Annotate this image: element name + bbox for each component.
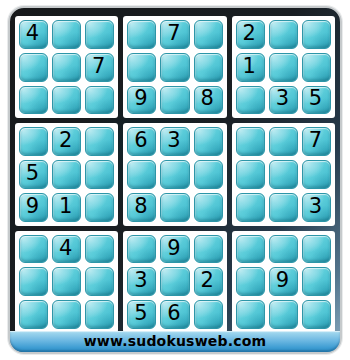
sudoku-box-4: 2591 — [15, 123, 118, 225]
cell-r6c8[interactable] — [269, 193, 298, 222]
cell-r6c9: 3 — [302, 193, 331, 222]
cell-r3c9: 5 — [302, 86, 331, 115]
cell-r8c5[interactable] — [160, 267, 189, 296]
cell-r5c1: 5 — [19, 160, 48, 189]
cell-r5c9[interactable] — [302, 160, 331, 189]
given-digit: 7 — [167, 23, 180, 44]
cell-r5c5[interactable] — [160, 160, 189, 189]
cell-r3c8: 3 — [269, 86, 298, 115]
cell-r4c8[interactable] — [269, 127, 298, 156]
cell-r9c3[interactable] — [85, 300, 114, 329]
cell-r7c2: 4 — [52, 235, 81, 264]
cell-r4c2: 2 — [52, 127, 81, 156]
cell-r8c9[interactable] — [302, 267, 331, 296]
cell-r1c5: 7 — [160, 20, 189, 49]
cell-r1c1: 4 — [19, 20, 48, 49]
given-digit: 8 — [200, 88, 213, 109]
cell-r7c5: 9 — [160, 235, 189, 264]
cell-r7c1[interactable] — [19, 235, 48, 264]
cell-r4c3[interactable] — [85, 127, 114, 156]
cell-r7c7[interactable] — [236, 235, 265, 264]
cell-r2c9[interactable] — [302, 53, 331, 82]
cell-r7c9[interactable] — [302, 235, 331, 264]
cell-r1c2[interactable] — [52, 20, 81, 49]
given-digit: 9 — [134, 88, 147, 109]
given-digit: 1 — [59, 196, 72, 217]
given-digit: 9 — [167, 238, 180, 259]
cell-r3c5[interactable] — [160, 86, 189, 115]
given-digit: 7 — [92, 56, 105, 77]
cell-r8c7[interactable] — [236, 267, 265, 296]
cell-r3c3[interactable] — [85, 86, 114, 115]
cell-r7c6[interactable] — [194, 235, 223, 264]
cell-r6c1: 9 — [19, 193, 48, 222]
cell-r2c6[interactable] — [194, 53, 223, 82]
cell-r4c7[interactable] — [236, 127, 265, 156]
given-digit: 3 — [276, 88, 289, 109]
cell-r4c4: 6 — [127, 127, 156, 156]
cell-r8c2[interactable] — [52, 267, 81, 296]
cell-r7c3[interactable] — [85, 235, 114, 264]
given-digit: 3 — [309, 196, 322, 217]
given-digit: 3 — [134, 270, 147, 291]
sudoku-box-3: 2135 — [232, 16, 335, 118]
cell-r9c5: 6 — [160, 300, 189, 329]
sudoku-box-5: 638 — [123, 123, 226, 225]
footer-bar: www.sudokusweb.com — [10, 331, 340, 352]
cell-r3c2[interactable] — [52, 86, 81, 115]
cell-r8c4: 3 — [127, 267, 156, 296]
cell-r2c3: 7 — [85, 53, 114, 82]
cell-r2c7: 1 — [236, 53, 265, 82]
cell-r5c6[interactable] — [194, 160, 223, 189]
cell-r4c9: 7 — [302, 127, 331, 156]
cell-r7c8[interactable] — [269, 235, 298, 264]
given-digit: 1 — [243, 56, 256, 77]
cell-r2c8[interactable] — [269, 53, 298, 82]
cell-r3c7[interactable] — [236, 86, 265, 115]
cell-r1c7: 2 — [236, 20, 265, 49]
cell-r9c2[interactable] — [52, 300, 81, 329]
cell-r1c9[interactable] — [302, 20, 331, 49]
given-digit: 4 — [26, 23, 39, 44]
cell-r1c4[interactable] — [127, 20, 156, 49]
given-digit: 5 — [309, 88, 322, 109]
cell-r9c7[interactable] — [236, 300, 265, 329]
cell-r8c1[interactable] — [19, 267, 48, 296]
cell-r8c6: 2 — [194, 267, 223, 296]
cell-r2c1[interactable] — [19, 53, 48, 82]
cell-r8c3[interactable] — [85, 267, 114, 296]
sudoku-box-1: 47 — [15, 16, 118, 118]
cell-r3c1[interactable] — [19, 86, 48, 115]
given-digit: 6 — [134, 130, 147, 151]
cell-r9c9[interactable] — [302, 300, 331, 329]
given-digit: 5 — [26, 163, 39, 184]
sudoku-box-8: 93256 — [123, 231, 226, 333]
cell-r2c4[interactable] — [127, 53, 156, 82]
cell-r4c1[interactable] — [19, 127, 48, 156]
cell-r1c8[interactable] — [269, 20, 298, 49]
cell-r5c8[interactable] — [269, 160, 298, 189]
given-digit: 5 — [134, 303, 147, 324]
cell-r9c8[interactable] — [269, 300, 298, 329]
given-digit: 6 — [167, 303, 180, 324]
sudoku-box-2: 798 — [123, 16, 226, 118]
sudoku-box-9: 9 — [232, 231, 335, 333]
cell-r2c2[interactable] — [52, 53, 81, 82]
cell-r3c4: 9 — [127, 86, 156, 115]
given-digit: 2 — [59, 130, 72, 151]
cell-r9c4: 5 — [127, 300, 156, 329]
cell-r6c2: 1 — [52, 193, 81, 222]
cell-r9c6[interactable] — [194, 300, 223, 329]
cell-r6c7[interactable] — [236, 193, 265, 222]
given-digit: 4 — [59, 238, 72, 259]
cell-r5c2[interactable] — [52, 160, 81, 189]
sudoku-box-7: 4 — [15, 231, 118, 333]
sudoku-board: 4779821352591638734932569 — [15, 16, 335, 333]
given-digit: 2 — [200, 270, 213, 291]
sudoku-box-6: 73 — [232, 123, 335, 225]
cell-r8c8: 9 — [269, 267, 298, 296]
cell-r6c4: 8 — [127, 193, 156, 222]
given-digit: 9 — [26, 196, 39, 217]
site-url[interactable]: www.sudokusweb.com — [84, 334, 267, 349]
given-digit: 9 — [276, 270, 289, 291]
given-digit: 8 — [134, 196, 147, 217]
given-digit: 2 — [243, 23, 256, 44]
cell-r5c4[interactable] — [127, 160, 156, 189]
given-digit: 3 — [167, 130, 180, 151]
cell-r5c7[interactable] — [236, 160, 265, 189]
cell-r5c3[interactable] — [85, 160, 114, 189]
cell-r2c5[interactable] — [160, 53, 189, 82]
cell-r9c1[interactable] — [19, 300, 48, 329]
cell-r4c5: 3 — [160, 127, 189, 156]
cell-r4c6[interactable] — [194, 127, 223, 156]
cell-r6c5[interactable] — [160, 193, 189, 222]
board-frame: 4779821352591638734932569 www.sudokusweb… — [8, 6, 342, 354]
cell-r1c3[interactable] — [85, 20, 114, 49]
cell-r1c6[interactable] — [194, 20, 223, 49]
cell-r7c4[interactable] — [127, 235, 156, 264]
given-digit: 7 — [309, 130, 322, 151]
cell-r6c3[interactable] — [85, 193, 114, 222]
cell-r3c6: 8 — [194, 86, 223, 115]
cell-r6c6[interactable] — [194, 193, 223, 222]
